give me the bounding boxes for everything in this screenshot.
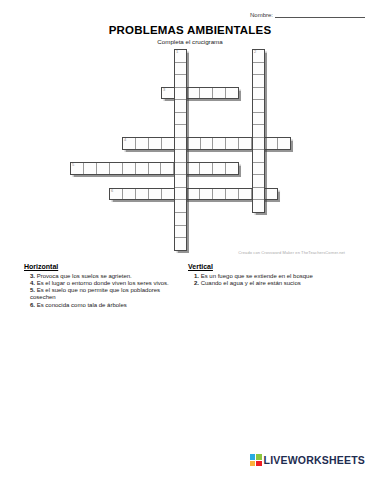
clues-vertical: Vertical 1. Es un fuego que se extiende … [188, 263, 360, 287]
grid-cell[interactable] [96, 163, 109, 174]
clues-horizontal: Horizontal 3. Provoca que los suelos se … [24, 263, 182, 309]
clue-2: 2. Cuando el agua y el aire están sucios [194, 280, 360, 287]
grid-cell[interactable] [199, 189, 212, 200]
grid-cell[interactable] [175, 74, 186, 87]
grid-cell[interactable] [253, 137, 264, 150]
clue-2-text: Cuando el agua y el aire están sucios [201, 280, 301, 286]
clue-4-number: 4. [30, 280, 35, 286]
grid-cell[interactable] [175, 87, 186, 100]
grid-cell[interactable] [277, 138, 290, 149]
grid-cell[interactable] [175, 174, 186, 187]
clue-5-text: Es el suelo que no permite que los pobla… [30, 287, 160, 300]
grid-cell[interactable] [253, 124, 264, 137]
grid-cell[interactable] [253, 74, 264, 87]
grid-cell[interactable] [238, 138, 251, 149]
grid-cell[interactable] [175, 212, 186, 225]
clue-5-number: 5. [30, 287, 35, 293]
grid-cell[interactable]: 6 [110, 189, 122, 200]
grid-cell[interactable] [225, 189, 238, 200]
grid-cell[interactable] [122, 189, 135, 200]
grid-cell[interactable] [199, 88, 212, 99]
clue-number-in-cell: 5 [72, 163, 74, 167]
grid-cell[interactable] [135, 163, 148, 174]
grid-cell[interactable] [253, 87, 264, 100]
grid-cell[interactable] [187, 189, 200, 200]
grid-cell[interactable]: 1 [175, 50, 186, 62]
liveworksheets-footer[interactable]: LIVEWORKSHEETS [250, 454, 365, 466]
grid-cell[interactable] [253, 187, 264, 200]
grid-cell[interactable] [253, 62, 264, 75]
clue-6-text: Es conocida como tala de árboles [37, 302, 127, 308]
clue-3: 3. Provoca que los suelos se agrieten. [30, 273, 182, 280]
grid-cell[interactable] [148, 189, 161, 200]
logo-square-red [256, 461, 262, 467]
clue-1-number: 1. [194, 273, 199, 279]
grid-cell[interactable] [122, 163, 135, 174]
grid-cell[interactable] [175, 199, 186, 212]
grid-cell[interactable] [212, 138, 225, 149]
grid-cell[interactable] [253, 149, 264, 162]
grid-cell[interactable] [253, 112, 264, 125]
clue-3-number: 3. [30, 273, 35, 279]
clue-number-in-cell: 3 [163, 88, 165, 92]
clue-1: 1. Es un fuego que se extiende en el bos… [194, 273, 360, 280]
grid-cell[interactable] [199, 163, 212, 174]
grid-cell[interactable] [212, 88, 225, 99]
grid-cell[interactable] [212, 163, 225, 174]
grid-cell[interactable] [200, 138, 213, 149]
grid-cell[interactable] [109, 163, 122, 174]
grid-cell[interactable]: 2 [253, 50, 264, 62]
crossword-grid: 345612 [0, 0, 372, 270]
word-4-across: 4 [122, 137, 291, 150]
grid-cell[interactable] [160, 163, 173, 174]
grid-cell[interactable] [186, 163, 199, 174]
grid-cell[interactable] [175, 62, 186, 75]
grid-cell[interactable] [253, 174, 264, 187]
grid-cell[interactable] [148, 163, 161, 174]
grid-cell[interactable] [175, 162, 186, 175]
grid-cell[interactable] [175, 187, 186, 200]
grid-cell[interactable] [161, 138, 174, 149]
credit-line: Creado con Crossword Maker en TheTeacher… [238, 250, 345, 255]
clue-number-in-cell: 4 [124, 138, 126, 142]
clue-4-text: Es el lugar o entorno donde viven los se… [37, 280, 169, 286]
grid-cell[interactable] [212, 189, 225, 200]
grid-cell[interactable] [175, 237, 186, 250]
grid-cell[interactable] [253, 199, 264, 212]
brand-wordmark: LIVEWORKSHEETS [264, 454, 365, 466]
grid-cell[interactable] [83, 163, 96, 174]
grid-cell[interactable]: 3 [162, 88, 174, 99]
grid-cell[interactable] [225, 163, 238, 174]
logo-square-yellow [250, 461, 256, 467]
grid-cell[interactable]: 4 [123, 138, 135, 149]
clue-number-in-cell: 1 [176, 50, 178, 54]
clue-number-in-cell: 6 [111, 189, 113, 193]
grid-cell[interactable] [161, 189, 174, 200]
logo-square-blue [250, 454, 256, 460]
grid-cell[interactable]: 5 [71, 163, 83, 174]
grid-cell[interactable] [148, 138, 161, 149]
grid-cell[interactable] [238, 189, 251, 200]
grid-cell[interactable] [175, 137, 186, 150]
word-5-across: 5 [70, 162, 239, 175]
clue-5: 5. Es el suelo que no permite que los po… [30, 287, 182, 302]
grid-cell[interactable] [264, 138, 277, 149]
clue-1-text: Es un fuego que se extiende en el bosque [201, 273, 313, 279]
grid-cell[interactable] [135, 138, 148, 149]
grid-cell[interactable] [187, 138, 200, 149]
clue-number-in-cell: 2 [254, 50, 256, 54]
grid-cell[interactable] [187, 88, 200, 99]
clues-horizontal-header: Horizontal [24, 263, 182, 270]
grid-cell[interactable] [175, 124, 186, 137]
worksheet-page: Nombre: PROBLEMAS AMBIENTALES Completa e… [0, 0, 372, 480]
word-2-down: 2 [252, 49, 265, 213]
grid-cell[interactable] [264, 189, 277, 200]
liveworksheets-logo-icon [250, 454, 262, 466]
grid-cell[interactable] [253, 162, 264, 175]
grid-cell[interactable] [253, 99, 264, 112]
word-1-down: 1 [174, 49, 187, 251]
grid-cell[interactable] [225, 88, 238, 99]
clue-6: 6. Es conocida como tala de árboles [30, 302, 182, 309]
grid-cell[interactable] [175, 149, 186, 162]
grid-cell[interactable] [135, 189, 148, 200]
clue-6-number: 6. [30, 302, 35, 308]
grid-cell[interactable] [175, 99, 186, 112]
grid-cell[interactable] [175, 225, 186, 238]
clue-3-text: Provoca que los suelos se agrieten. [37, 273, 132, 279]
grid-cell[interactable] [225, 138, 238, 149]
clue-2-number: 2. [194, 280, 199, 286]
clues-vertical-header: Vertical [188, 263, 360, 270]
clue-4: 4. Es el lugar o entorno donde viven los… [30, 280, 182, 287]
grid-cell[interactable] [175, 112, 186, 125]
word-3-across: 3 [161, 87, 239, 100]
logo-square-green [256, 454, 262, 460]
